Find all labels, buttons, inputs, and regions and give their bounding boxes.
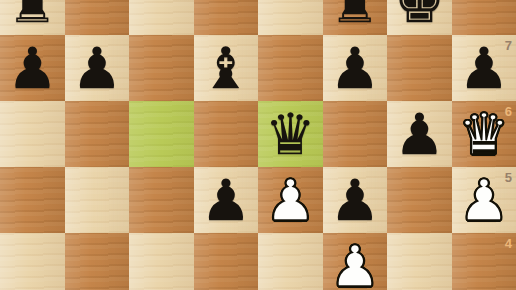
rank-6-coordinate-label: 6	[505, 104, 512, 119]
square-c6[interactable]	[129, 101, 194, 167]
square-a8[interactable]: ♜	[0, 0, 65, 35]
square-h5[interactable]: ♟5	[452, 167, 516, 233]
square-c7[interactable]	[129, 35, 194, 101]
square-f4[interactable]: ♟	[323, 233, 388, 290]
square-a5[interactable]	[0, 167, 65, 233]
black-pawn-icon[interactable]: ♟	[323, 167, 388, 233]
square-b5[interactable]	[65, 167, 130, 233]
square-g4[interactable]	[387, 233, 452, 290]
square-a7[interactable]: ♟	[0, 35, 65, 101]
square-g7[interactable]	[387, 35, 452, 101]
square-a4[interactable]	[0, 233, 65, 290]
black-bishop-icon[interactable]: ♝	[194, 35, 259, 101]
square-g5[interactable]	[387, 167, 452, 233]
square-e8[interactable]	[258, 0, 323, 35]
square-b6[interactable]	[65, 101, 130, 167]
square-b8[interactable]	[65, 0, 130, 35]
black-pawn-icon[interactable]: ♟	[323, 35, 388, 101]
square-h6[interactable]: ♛6	[452, 101, 516, 167]
black-pawn-icon[interactable]: ♟	[387, 101, 452, 167]
black-pawn-icon[interactable]: ♟	[0, 35, 65, 101]
square-g8[interactable]: ♚	[387, 0, 452, 35]
square-h8[interactable]	[452, 0, 516, 35]
rank-5-coordinate-label: 5	[505, 170, 512, 185]
square-d8[interactable]	[194, 0, 259, 35]
square-e6[interactable]: ♛	[258, 101, 323, 167]
black-queen-icon[interactable]: ♛	[258, 101, 323, 167]
square-f5[interactable]: ♟	[323, 167, 388, 233]
black-rook-icon[interactable]: ♜	[0, 0, 65, 35]
square-d4[interactable]	[194, 233, 259, 290]
square-e4[interactable]	[258, 233, 323, 290]
black-rook-icon[interactable]: ♜	[323, 0, 388, 35]
rank-7-coordinate-label: 7	[505, 38, 512, 53]
chess-board: ♜♜♚♟♟♝♟♟7♛♟♛6♟♟♟♟5♟4	[0, 0, 516, 290]
square-h4[interactable]: 4	[452, 233, 516, 290]
square-e7[interactable]	[258, 35, 323, 101]
square-h7[interactable]: ♟7	[452, 35, 516, 101]
white-pawn-icon[interactable]: ♟	[323, 233, 388, 290]
square-b7[interactable]: ♟	[65, 35, 130, 101]
square-f8[interactable]: ♜	[323, 0, 388, 35]
square-c5[interactable]	[129, 167, 194, 233]
square-c4[interactable]	[129, 233, 194, 290]
square-d6[interactable]	[194, 101, 259, 167]
square-f6[interactable]	[323, 101, 388, 167]
square-d5[interactable]: ♟	[194, 167, 259, 233]
white-pawn-icon[interactable]: ♟	[258, 167, 323, 233]
black-pawn-icon[interactable]: ♟	[65, 35, 130, 101]
square-a6[interactable]	[0, 101, 65, 167]
black-pawn-icon[interactable]: ♟	[194, 167, 259, 233]
square-f7[interactable]: ♟	[323, 35, 388, 101]
square-g6[interactable]: ♟	[387, 101, 452, 167]
square-b4[interactable]	[65, 233, 130, 290]
black-king-icon[interactable]: ♚	[387, 0, 452, 35]
square-c8[interactable]	[129, 0, 194, 35]
square-d7[interactable]: ♝	[194, 35, 259, 101]
chess-board-viewport: ♜♜♚♟♟♝♟♟7♛♟♛6♟♟♟♟5♟4	[0, 0, 516, 290]
rank-4-coordinate-label: 4	[505, 236, 512, 251]
square-e5[interactable]: ♟	[258, 167, 323, 233]
